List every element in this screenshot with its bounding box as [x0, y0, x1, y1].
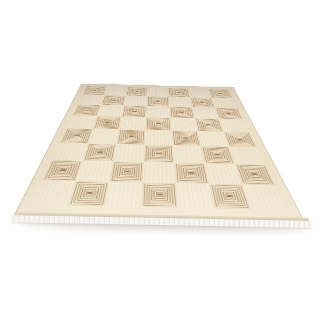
rug-cell-motif — [93, 116, 122, 129]
rug-cell-plain — [119, 117, 146, 130]
rug-pattern-field — [31, 86, 288, 210]
rug-cell-motif — [147, 96, 170, 106]
rug-cell-plain — [229, 147, 265, 165]
rug-cell-plain — [88, 129, 119, 144]
rug-cell-plain — [105, 182, 143, 207]
rug-cell-plain — [170, 118, 197, 131]
rug-cell-motif — [224, 132, 257, 147]
rug-cell-motif — [144, 145, 175, 163]
rug-cell-plain — [173, 145, 205, 163]
rug-cell-motif — [215, 108, 243, 120]
rug-cell-motif — [145, 117, 171, 130]
rug-cell-motif — [172, 131, 201, 146]
rug-cell-motif — [122, 106, 147, 118]
rug-cell-motif — [83, 144, 117, 162]
rug-cell-plain — [219, 119, 250, 132]
rug-cell-plain — [212, 98, 238, 108]
rug-cell-plain — [124, 96, 147, 106]
rug-cell-motif — [101, 95, 126, 105]
rug-cell-plain — [145, 130, 173, 145]
rug-product-photo — [0, 0, 320, 320]
rug-cell-plain — [242, 185, 287, 210]
rug-cell-plain — [97, 105, 124, 117]
rug-cell-motif — [174, 163, 209, 184]
rug-cell-plain — [113, 144, 144, 162]
rug-cell-plain — [143, 162, 176, 183]
rug-cell-motif — [170, 107, 195, 119]
rug-cell-plain — [76, 161, 113, 182]
rug-cell-motif — [109, 161, 143, 182]
rug-cell-plain — [146, 106, 170, 118]
rug-cell-motif — [68, 181, 110, 206]
rug-cell-plain — [176, 183, 215, 208]
rug-cell-motif — [235, 164, 275, 185]
rug-cell-motif — [141, 182, 178, 207]
photo-scene — [0, 0, 320, 320]
rug-cell-motif — [116, 129, 145, 144]
rug-top-surface — [14, 84, 304, 220]
rug-cell-plain — [169, 97, 193, 107]
